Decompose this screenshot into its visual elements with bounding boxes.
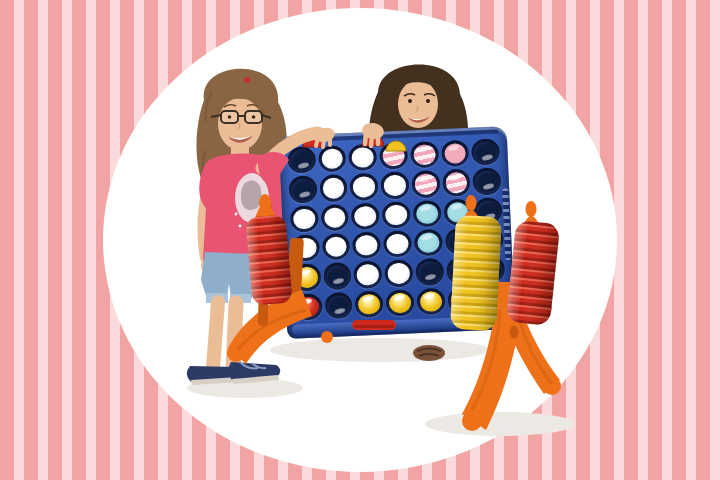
board-hole — [350, 173, 379, 201]
empty-hole — [386, 233, 408, 254]
glare-highlight — [388, 176, 400, 184]
glare-highlight — [361, 266, 373, 274]
board-cell-r3c7 — [473, 196, 504, 226]
board-cell-r4c5 — [413, 228, 444, 258]
empty-hole — [385, 204, 407, 225]
empty-hole — [325, 236, 347, 257]
empty-hole — [327, 295, 349, 316]
connect-four-board — [279, 126, 516, 339]
board-cell-r6c6 — [446, 285, 477, 315]
board-hole — [349, 144, 378, 172]
board-cell-r1c7 — [470, 137, 501, 167]
board-hole — [290, 205, 319, 233]
board-cell-r1c3 — [348, 143, 379, 173]
glare-highlight — [454, 291, 466, 299]
empty-hole — [384, 175, 406, 196]
board-hole — [412, 200, 441, 228]
board-cell-r4c2 — [321, 232, 352, 262]
board-cell-r6c1 — [293, 292, 324, 322]
glare-highlight — [449, 174, 461, 182]
empty-hole — [321, 148, 343, 169]
glare-highlight — [328, 208, 340, 216]
board-hole — [442, 169, 471, 197]
board-cell-r2c4 — [379, 171, 410, 201]
board-cell-r4c7 — [474, 225, 505, 255]
empty-hole — [480, 259, 502, 280]
glare-highlight — [362, 295, 374, 303]
board-cell-r2c7 — [472, 167, 503, 197]
board-cell-r5c4 — [383, 259, 414, 289]
board-cell-r5c2 — [322, 261, 353, 291]
glare-highlight — [360, 236, 372, 244]
board-grid — [286, 137, 507, 321]
glare-highlight — [298, 239, 310, 247]
empty-hole — [449, 260, 471, 281]
board-hole — [318, 145, 347, 173]
photo-scene — [0, 0, 720, 480]
board-cell-r6c7 — [477, 284, 508, 314]
empty-hole — [352, 147, 374, 168]
board-hole — [287, 147, 316, 175]
glare-highlight — [425, 274, 437, 282]
board-hole — [416, 288, 445, 316]
board-cell-r4c6 — [443, 227, 474, 257]
glare-highlight — [392, 264, 404, 272]
empty-hole — [416, 203, 438, 224]
board-cell-r5c5 — [414, 257, 445, 287]
glare-highlight — [486, 271, 498, 279]
empty-hole — [388, 263, 410, 284]
board-hole — [471, 138, 500, 166]
glare-highlight — [456, 272, 468, 280]
glare-highlight — [297, 210, 309, 218]
board-hole — [319, 174, 348, 202]
board-hole — [478, 285, 507, 313]
board-cell-r1c5 — [409, 140, 440, 170]
board-cell-r6c5 — [415, 287, 446, 317]
yellow-disc — [358, 293, 380, 314]
board-cell-r5c1 — [291, 263, 322, 293]
board-hole — [473, 168, 502, 196]
empty-hole — [294, 237, 316, 258]
board-cell-r3c1 — [289, 204, 320, 234]
board-cell-r3c2 — [319, 203, 350, 233]
empty-hole — [326, 265, 348, 286]
board-hole — [446, 257, 475, 285]
board-hole — [441, 140, 470, 168]
board-hole — [354, 261, 383, 289]
board-cell-r3c4 — [381, 200, 412, 230]
empty-hole — [292, 179, 314, 200]
glare-highlight — [484, 212, 496, 220]
board-cell-r6c2 — [323, 291, 354, 321]
empty-hole — [324, 207, 346, 228]
board-cell-r1c1 — [286, 145, 317, 175]
board-hole — [381, 172, 410, 200]
empty-hole — [414, 173, 436, 194]
board-cell-r4c1 — [290, 233, 321, 263]
empty-hole — [413, 144, 435, 165]
glare-highlight — [326, 179, 338, 187]
empty-hole — [446, 201, 468, 222]
empty-hole — [481, 288, 503, 309]
yellow-disc — [419, 291, 441, 312]
glare-highlight — [424, 292, 436, 300]
board-cell-r5c7 — [475, 255, 506, 285]
board-hole — [386, 289, 415, 317]
board-cell-r1c6 — [440, 139, 471, 169]
glare-highlight — [329, 238, 341, 246]
board-hole — [383, 230, 412, 258]
board-cell-r4c4 — [382, 229, 413, 259]
board-cell-r2c2 — [318, 173, 349, 203]
board-hole — [410, 141, 439, 169]
glare-highlight — [393, 294, 405, 302]
yellow-disc — [450, 289, 472, 310]
board-cell-r2c5 — [410, 169, 441, 199]
board-hole — [292, 264, 321, 292]
empty-hole — [418, 261, 440, 282]
glare-highlight — [357, 178, 369, 186]
empty-hole — [477, 200, 499, 221]
empty-hole — [474, 141, 496, 162]
empty-hole — [382, 146, 404, 167]
board-hole — [382, 201, 411, 229]
board-hole — [443, 198, 472, 226]
board-cell-r2c3 — [349, 172, 380, 202]
glare-highlight — [488, 300, 500, 308]
board-cell-r1c4 — [378, 141, 409, 171]
glare-highlight — [485, 242, 497, 250]
glare-highlight — [420, 204, 432, 212]
empty-hole — [354, 205, 376, 226]
empty-hole — [356, 235, 378, 256]
board-cell-r6c4 — [385, 288, 416, 318]
board-cell-r5c3 — [353, 260, 384, 290]
empty-hole — [417, 232, 439, 253]
board-hole — [384, 260, 413, 288]
glare-highlight — [358, 207, 370, 215]
glare-highlight — [300, 268, 312, 276]
glare-highlight — [454, 243, 466, 251]
board-hole — [379, 142, 408, 170]
glare-highlight — [450, 203, 462, 211]
glare-highlight — [301, 298, 313, 306]
board-hole — [322, 233, 351, 261]
empty-hole — [290, 150, 312, 171]
board-cell-r5c6 — [445, 256, 476, 286]
empty-hole — [322, 177, 344, 198]
red-disc — [297, 296, 319, 317]
glare-highlight — [297, 162, 309, 170]
board-cell-r3c5 — [411, 199, 442, 229]
board-hole — [352, 232, 381, 260]
board-hole — [411, 170, 440, 198]
board-hole — [476, 256, 505, 284]
glare-highlight — [482, 183, 494, 191]
empty-hole — [357, 264, 379, 285]
glare-highlight — [421, 234, 433, 242]
empty-hole — [444, 143, 466, 164]
glare-highlight — [417, 146, 429, 154]
board-hole — [414, 229, 443, 257]
board-hole — [474, 197, 503, 225]
glare-highlight — [389, 206, 401, 214]
glare-highlight — [334, 307, 346, 315]
board-hole — [447, 286, 476, 314]
board-cell-r1c2 — [317, 144, 348, 174]
board-hole — [324, 292, 353, 320]
yellow-disc — [389, 292, 411, 313]
board-hole — [320, 204, 349, 232]
empty-hole — [353, 176, 375, 197]
glare-highlight — [386, 147, 398, 155]
glare-highlight — [390, 235, 402, 243]
board-hole — [444, 228, 473, 256]
board-hole — [351, 202, 380, 230]
board-hole — [294, 293, 323, 321]
glare-highlight — [448, 144, 460, 152]
board-cell-r2c6 — [441, 168, 472, 198]
board-cell-r2c1 — [287, 175, 318, 205]
empty-hole — [293, 208, 315, 229]
board-cell-r3c3 — [350, 201, 381, 231]
board-cell-r3c6 — [442, 197, 473, 227]
board-hole — [323, 262, 352, 290]
glare-highlight — [333, 278, 345, 286]
empty-hole — [448, 231, 470, 252]
empty-hole — [476, 171, 498, 192]
glare-highlight — [481, 154, 493, 162]
empty-hole — [478, 229, 500, 250]
glare-highlight — [418, 175, 430, 183]
board-hole — [415, 258, 444, 286]
board-cell-r6c3 — [354, 289, 385, 319]
board-hole — [355, 290, 384, 318]
yellow-disc — [295, 267, 317, 288]
board-cell-r4c3 — [351, 231, 382, 261]
empty-hole — [445, 172, 467, 193]
glare-highlight — [298, 191, 310, 199]
glare-highlight — [356, 148, 368, 156]
board-hole — [475, 226, 504, 254]
board-hole — [288, 176, 317, 204]
board-hole — [291, 234, 320, 262]
glare-highlight — [325, 150, 337, 158]
